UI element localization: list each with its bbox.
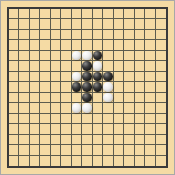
- black-stone: [82, 82, 91, 91]
- board-cell[interactable]: [61, 72, 71, 82]
- board-cell[interactable]: [114, 30, 124, 40]
- board-cell[interactable]: [156, 145, 166, 155]
- board-cell[interactable]: [40, 40, 50, 50]
- board-cell[interactable]: [82, 114, 92, 124]
- board-cell[interactable]: [82, 93, 92, 103]
- board-cell[interactable]: [9, 51, 19, 61]
- board-cell[interactable]: [72, 51, 82, 61]
- board-cell[interactable]: [114, 114, 124, 124]
- board-cell[interactable]: [61, 124, 71, 134]
- board-cell[interactable]: [114, 82, 124, 92]
- board-cell[interactable]: [19, 93, 29, 103]
- board-cell[interactable]: [30, 93, 40, 103]
- board-cell[interactable]: [93, 145, 103, 155]
- board-cell[interactable]: [72, 135, 82, 145]
- board-cell[interactable]: [103, 30, 113, 40]
- board-cell[interactable]: [51, 135, 61, 145]
- board-cell[interactable]: [82, 30, 92, 40]
- board-cell[interactable]: [51, 61, 61, 71]
- white-stone: [82, 51, 91, 60]
- board-cell[interactable]: [19, 51, 29, 61]
- board-cell[interactable]: [156, 124, 166, 134]
- board-cell[interactable]: [135, 135, 145, 145]
- board-cell[interactable]: [51, 114, 61, 124]
- white-stone: [103, 93, 112, 102]
- board-cell[interactable]: [93, 93, 103, 103]
- board-cell[interactable]: [61, 156, 71, 166]
- board-cell[interactable]: [103, 103, 113, 113]
- board-cell[interactable]: [93, 135, 103, 145]
- board-cell[interactable]: [61, 82, 71, 92]
- board-cell[interactable]: [72, 93, 82, 103]
- board-cell[interactable]: [40, 72, 50, 82]
- board-cell[interactable]: [124, 9, 134, 19]
- board-cell[interactable]: [103, 145, 113, 155]
- board-cell[interactable]: [124, 93, 134, 103]
- board-cell[interactable]: [103, 61, 113, 71]
- board-cell[interactable]: [51, 51, 61, 61]
- board-cell[interactable]: [9, 103, 19, 113]
- board-cell[interactable]: [40, 9, 50, 19]
- board-cell[interactable]: [156, 114, 166, 124]
- board-cell[interactable]: [124, 30, 134, 40]
- board-cell[interactable]: [93, 82, 103, 92]
- board-cell[interactable]: [156, 103, 166, 113]
- board-cell[interactable]: [51, 145, 61, 155]
- board-cell[interactable]: [103, 72, 113, 82]
- board-cell[interactable]: [156, 19, 166, 29]
- board-cell[interactable]: [103, 9, 113, 19]
- board-cell[interactable]: [82, 51, 92, 61]
- board-cell[interactable]: [9, 124, 19, 134]
- board-cell[interactable]: [114, 40, 124, 50]
- board-cell[interactable]: [19, 156, 29, 166]
- board-cell[interactable]: [135, 72, 145, 82]
- board-cell[interactable]: [9, 72, 19, 82]
- board-cell[interactable]: [135, 19, 145, 29]
- board-cell[interactable]: [72, 103, 82, 113]
- board-cell[interactable]: [40, 114, 50, 124]
- board-cell[interactable]: [40, 156, 50, 166]
- board-cell[interactable]: [19, 9, 29, 19]
- board-cell[interactable]: [51, 30, 61, 40]
- board-cell[interactable]: [135, 93, 145, 103]
- board-cell[interactable]: [82, 82, 92, 92]
- board-cell[interactable]: [135, 145, 145, 155]
- black-stone: [72, 82, 81, 91]
- board-cell[interactable]: [135, 124, 145, 134]
- board-cell[interactable]: [9, 19, 19, 29]
- board-cell[interactable]: [51, 9, 61, 19]
- board-cell[interactable]: [124, 114, 134, 124]
- black-stone: [93, 72, 102, 81]
- board-cell[interactable]: [82, 61, 92, 71]
- board-cell[interactable]: [61, 114, 71, 124]
- board-cell[interactable]: [40, 103, 50, 113]
- board-cell[interactable]: [82, 40, 92, 50]
- board-cell[interactable]: [145, 103, 155, 113]
- board-cell[interactable]: [124, 82, 134, 92]
- board-cell[interactable]: [124, 51, 134, 61]
- board-cell[interactable]: [72, 156, 82, 166]
- black-stone: [82, 61, 91, 70]
- board-cell[interactable]: [61, 93, 71, 103]
- board-cell[interactable]: [93, 61, 103, 71]
- board-cell[interactable]: [19, 114, 29, 124]
- board-cell[interactable]: [72, 114, 82, 124]
- board-cell[interactable]: [145, 156, 155, 166]
- board-cell[interactable]: [30, 124, 40, 134]
- board-cell[interactable]: [145, 72, 155, 82]
- board-cell[interactable]: [40, 19, 50, 29]
- board-cell[interactable]: [72, 40, 82, 50]
- black-stone: [82, 72, 91, 81]
- board-cell[interactable]: [19, 61, 29, 71]
- board-cell[interactable]: [82, 135, 92, 145]
- board-cell[interactable]: [93, 9, 103, 19]
- board-cell[interactable]: [82, 19, 92, 29]
- board-cell[interactable]: [145, 30, 155, 40]
- board-cell[interactable]: [103, 82, 113, 92]
- board-cell[interactable]: [9, 156, 19, 166]
- white-stone: [72, 103, 81, 112]
- board-cell[interactable]: [82, 103, 92, 113]
- board-cell[interactable]: [145, 135, 155, 145]
- board-cell[interactable]: [135, 51, 145, 61]
- board-cell[interactable]: [124, 156, 134, 166]
- white-stone: [103, 82, 112, 91]
- board-cell[interactable]: [156, 135, 166, 145]
- board-cell[interactable]: [19, 82, 29, 92]
- board-cell[interactable]: [156, 82, 166, 92]
- board-cell[interactable]: [135, 61, 145, 71]
- board-cell[interactable]: [124, 135, 134, 145]
- board-cell[interactable]: [82, 72, 92, 82]
- board-cell[interactable]: [51, 93, 61, 103]
- board-cell[interactable]: [145, 114, 155, 124]
- board-cell[interactable]: [30, 145, 40, 155]
- board-cell[interactable]: [156, 72, 166, 82]
- board-cell[interactable]: [72, 30, 82, 40]
- board-cell[interactable]: [30, 135, 40, 145]
- board-cell[interactable]: [93, 103, 103, 113]
- board-cell[interactable]: [103, 51, 113, 61]
- board-cell[interactable]: [156, 9, 166, 19]
- white-stone: [82, 103, 91, 112]
- board-cell[interactable]: [9, 82, 19, 92]
- board-cell[interactable]: [9, 114, 19, 124]
- black-stone: [93, 51, 102, 60]
- board-cell[interactable]: [61, 103, 71, 113]
- board-cell[interactable]: [124, 40, 134, 50]
- board-cell[interactable]: [145, 9, 155, 19]
- gomoku-board[interactable]: [7, 7, 168, 168]
- board-cell[interactable]: [93, 19, 103, 29]
- board-cell[interactable]: [30, 61, 40, 71]
- board-cell[interactable]: [61, 9, 71, 19]
- board-cell[interactable]: [114, 9, 124, 19]
- white-stone: [72, 51, 81, 60]
- board-cell[interactable]: [135, 40, 145, 50]
- board-cell[interactable]: [114, 51, 124, 61]
- board-cell[interactable]: [124, 61, 134, 71]
- board-cell[interactable]: [135, 30, 145, 40]
- board-cell[interactable]: [124, 103, 134, 113]
- board-cell[interactable]: [30, 9, 40, 19]
- board-cell[interactable]: [93, 51, 103, 61]
- board-cell[interactable]: [19, 40, 29, 50]
- board-cell[interactable]: [124, 145, 134, 155]
- black-stone: [82, 93, 91, 102]
- board-cell[interactable]: [9, 145, 19, 155]
- white-stone: [93, 61, 102, 70]
- board-cell[interactable]: [72, 124, 82, 134]
- board-cell[interactable]: [51, 40, 61, 50]
- board-cell[interactable]: [19, 124, 29, 134]
- board-cell[interactable]: [51, 156, 61, 166]
- board-cell[interactable]: [103, 114, 113, 124]
- board-cell[interactable]: [114, 124, 124, 134]
- board-cell[interactable]: [135, 103, 145, 113]
- board-cell[interactable]: [93, 30, 103, 40]
- board-cell[interactable]: [61, 51, 71, 61]
- board-cell[interactable]: [82, 145, 92, 155]
- board-cell[interactable]: [114, 156, 124, 166]
- board-cell[interactable]: [30, 72, 40, 82]
- board-cell[interactable]: [114, 19, 124, 29]
- board-cell[interactable]: [114, 72, 124, 82]
- board-cell[interactable]: [9, 30, 19, 40]
- board-cell[interactable]: [19, 135, 29, 145]
- board-cell[interactable]: [135, 82, 145, 92]
- board-cell[interactable]: [9, 61, 19, 71]
- board-cell[interactable]: [114, 93, 124, 103]
- board-cell[interactable]: [40, 51, 50, 61]
- board-cell[interactable]: [30, 51, 40, 61]
- board-cell[interactable]: [30, 40, 40, 50]
- board-cell[interactable]: [19, 19, 29, 29]
- board-cell[interactable]: [40, 145, 50, 155]
- board-cell[interactable]: [145, 61, 155, 71]
- board-cell[interactable]: [114, 145, 124, 155]
- board-cell[interactable]: [51, 19, 61, 29]
- board-cell[interactable]: [145, 82, 155, 92]
- board-cell[interactable]: [30, 19, 40, 29]
- board-cell[interactable]: [145, 145, 155, 155]
- board-cell[interactable]: [103, 156, 113, 166]
- board-cell[interactable]: [145, 19, 155, 29]
- board-cell[interactable]: [103, 40, 113, 50]
- board-cell[interactable]: [51, 124, 61, 134]
- board-cell[interactable]: [93, 114, 103, 124]
- board-cell[interactable]: [82, 9, 92, 19]
- board-cell[interactable]: [93, 156, 103, 166]
- black-stone: [103, 72, 112, 81]
- board-cell[interactable]: [40, 135, 50, 145]
- board-cell[interactable]: [61, 61, 71, 71]
- board-cell[interactable]: [135, 156, 145, 166]
- board-cell[interactable]: [145, 51, 155, 61]
- board-cell[interactable]: [103, 124, 113, 134]
- board-cell[interactable]: [156, 156, 166, 166]
- board-cell[interactable]: [135, 9, 145, 19]
- board-cell[interactable]: [72, 145, 82, 155]
- board-cell[interactable]: [103, 93, 113, 103]
- board-cell[interactable]: [40, 82, 50, 92]
- board-cell[interactable]: [51, 82, 61, 92]
- board-cell[interactable]: [9, 40, 19, 50]
- board-cell[interactable]: [51, 103, 61, 113]
- board-cell[interactable]: [156, 93, 166, 103]
- board-cell[interactable]: [61, 19, 71, 29]
- board-cell[interactable]: [72, 82, 82, 92]
- board-cell[interactable]: [72, 72, 82, 82]
- board-cell[interactable]: [72, 19, 82, 29]
- board-cell[interactable]: [145, 124, 155, 134]
- board-cell[interactable]: [30, 156, 40, 166]
- board-cell[interactable]: [19, 30, 29, 40]
- board-cell[interactable]: [30, 30, 40, 40]
- board-cell[interactable]: [19, 103, 29, 113]
- board-cell[interactable]: [124, 19, 134, 29]
- board-cell[interactable]: [9, 93, 19, 103]
- board-cell[interactable]: [114, 103, 124, 113]
- board-cell[interactable]: [103, 19, 113, 29]
- board-cell[interactable]: [51, 72, 61, 82]
- black-stone: [93, 82, 102, 91]
- board-cell[interactable]: [30, 82, 40, 92]
- board-cell[interactable]: [72, 61, 82, 71]
- board-cell[interactable]: [156, 51, 166, 61]
- board-cell[interactable]: [40, 93, 50, 103]
- board-cell[interactable]: [124, 72, 134, 82]
- board-cell[interactable]: [82, 156, 92, 166]
- board-cell[interactable]: [19, 145, 29, 155]
- board-cell[interactable]: [61, 40, 71, 50]
- board-cell[interactable]: [9, 135, 19, 145]
- board-cell[interactable]: [114, 135, 124, 145]
- board-cell[interactable]: [156, 30, 166, 40]
- board-cell[interactable]: [30, 114, 40, 124]
- board-cell[interactable]: [61, 145, 71, 155]
- board-cell[interactable]: [135, 114, 145, 124]
- board-cell[interactable]: [114, 61, 124, 71]
- board-cell[interactable]: [40, 124, 50, 134]
- board-cell[interactable]: [9, 9, 19, 19]
- gomoku-board-window: [0, 0, 175, 175]
- board-cell[interactable]: [124, 124, 134, 134]
- board-cell[interactable]: [61, 135, 71, 145]
- board-cell[interactable]: [30, 103, 40, 113]
- board-cell[interactable]: [145, 93, 155, 103]
- board-cell[interactable]: [40, 61, 50, 71]
- board-cell[interactable]: [82, 124, 92, 134]
- board-cell[interactable]: [19, 72, 29, 82]
- board-cell[interactable]: [93, 72, 103, 82]
- board-cell[interactable]: [156, 61, 166, 71]
- board-cell[interactable]: [40, 30, 50, 40]
- board-cell[interactable]: [103, 135, 113, 145]
- board-cell[interactable]: [145, 40, 155, 50]
- board-cell[interactable]: [156, 40, 166, 50]
- board-cell[interactable]: [93, 40, 103, 50]
- board-cell[interactable]: [61, 30, 71, 40]
- board-cell[interactable]: [72, 9, 82, 19]
- white-stone: [72, 72, 81, 81]
- board-cell[interactable]: [93, 124, 103, 134]
